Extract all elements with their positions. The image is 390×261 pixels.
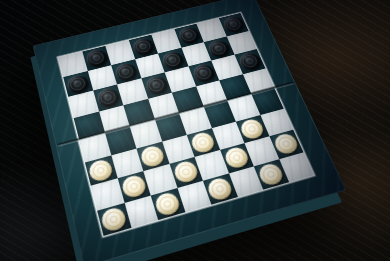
checkers-board: [33, 0, 347, 261]
white-checker[interactable]: [100, 205, 129, 233]
board-grid: [58, 13, 313, 236]
white-checker[interactable]: [153, 190, 182, 217]
board-frame: [33, 0, 347, 261]
table-background: [0, 0, 390, 261]
